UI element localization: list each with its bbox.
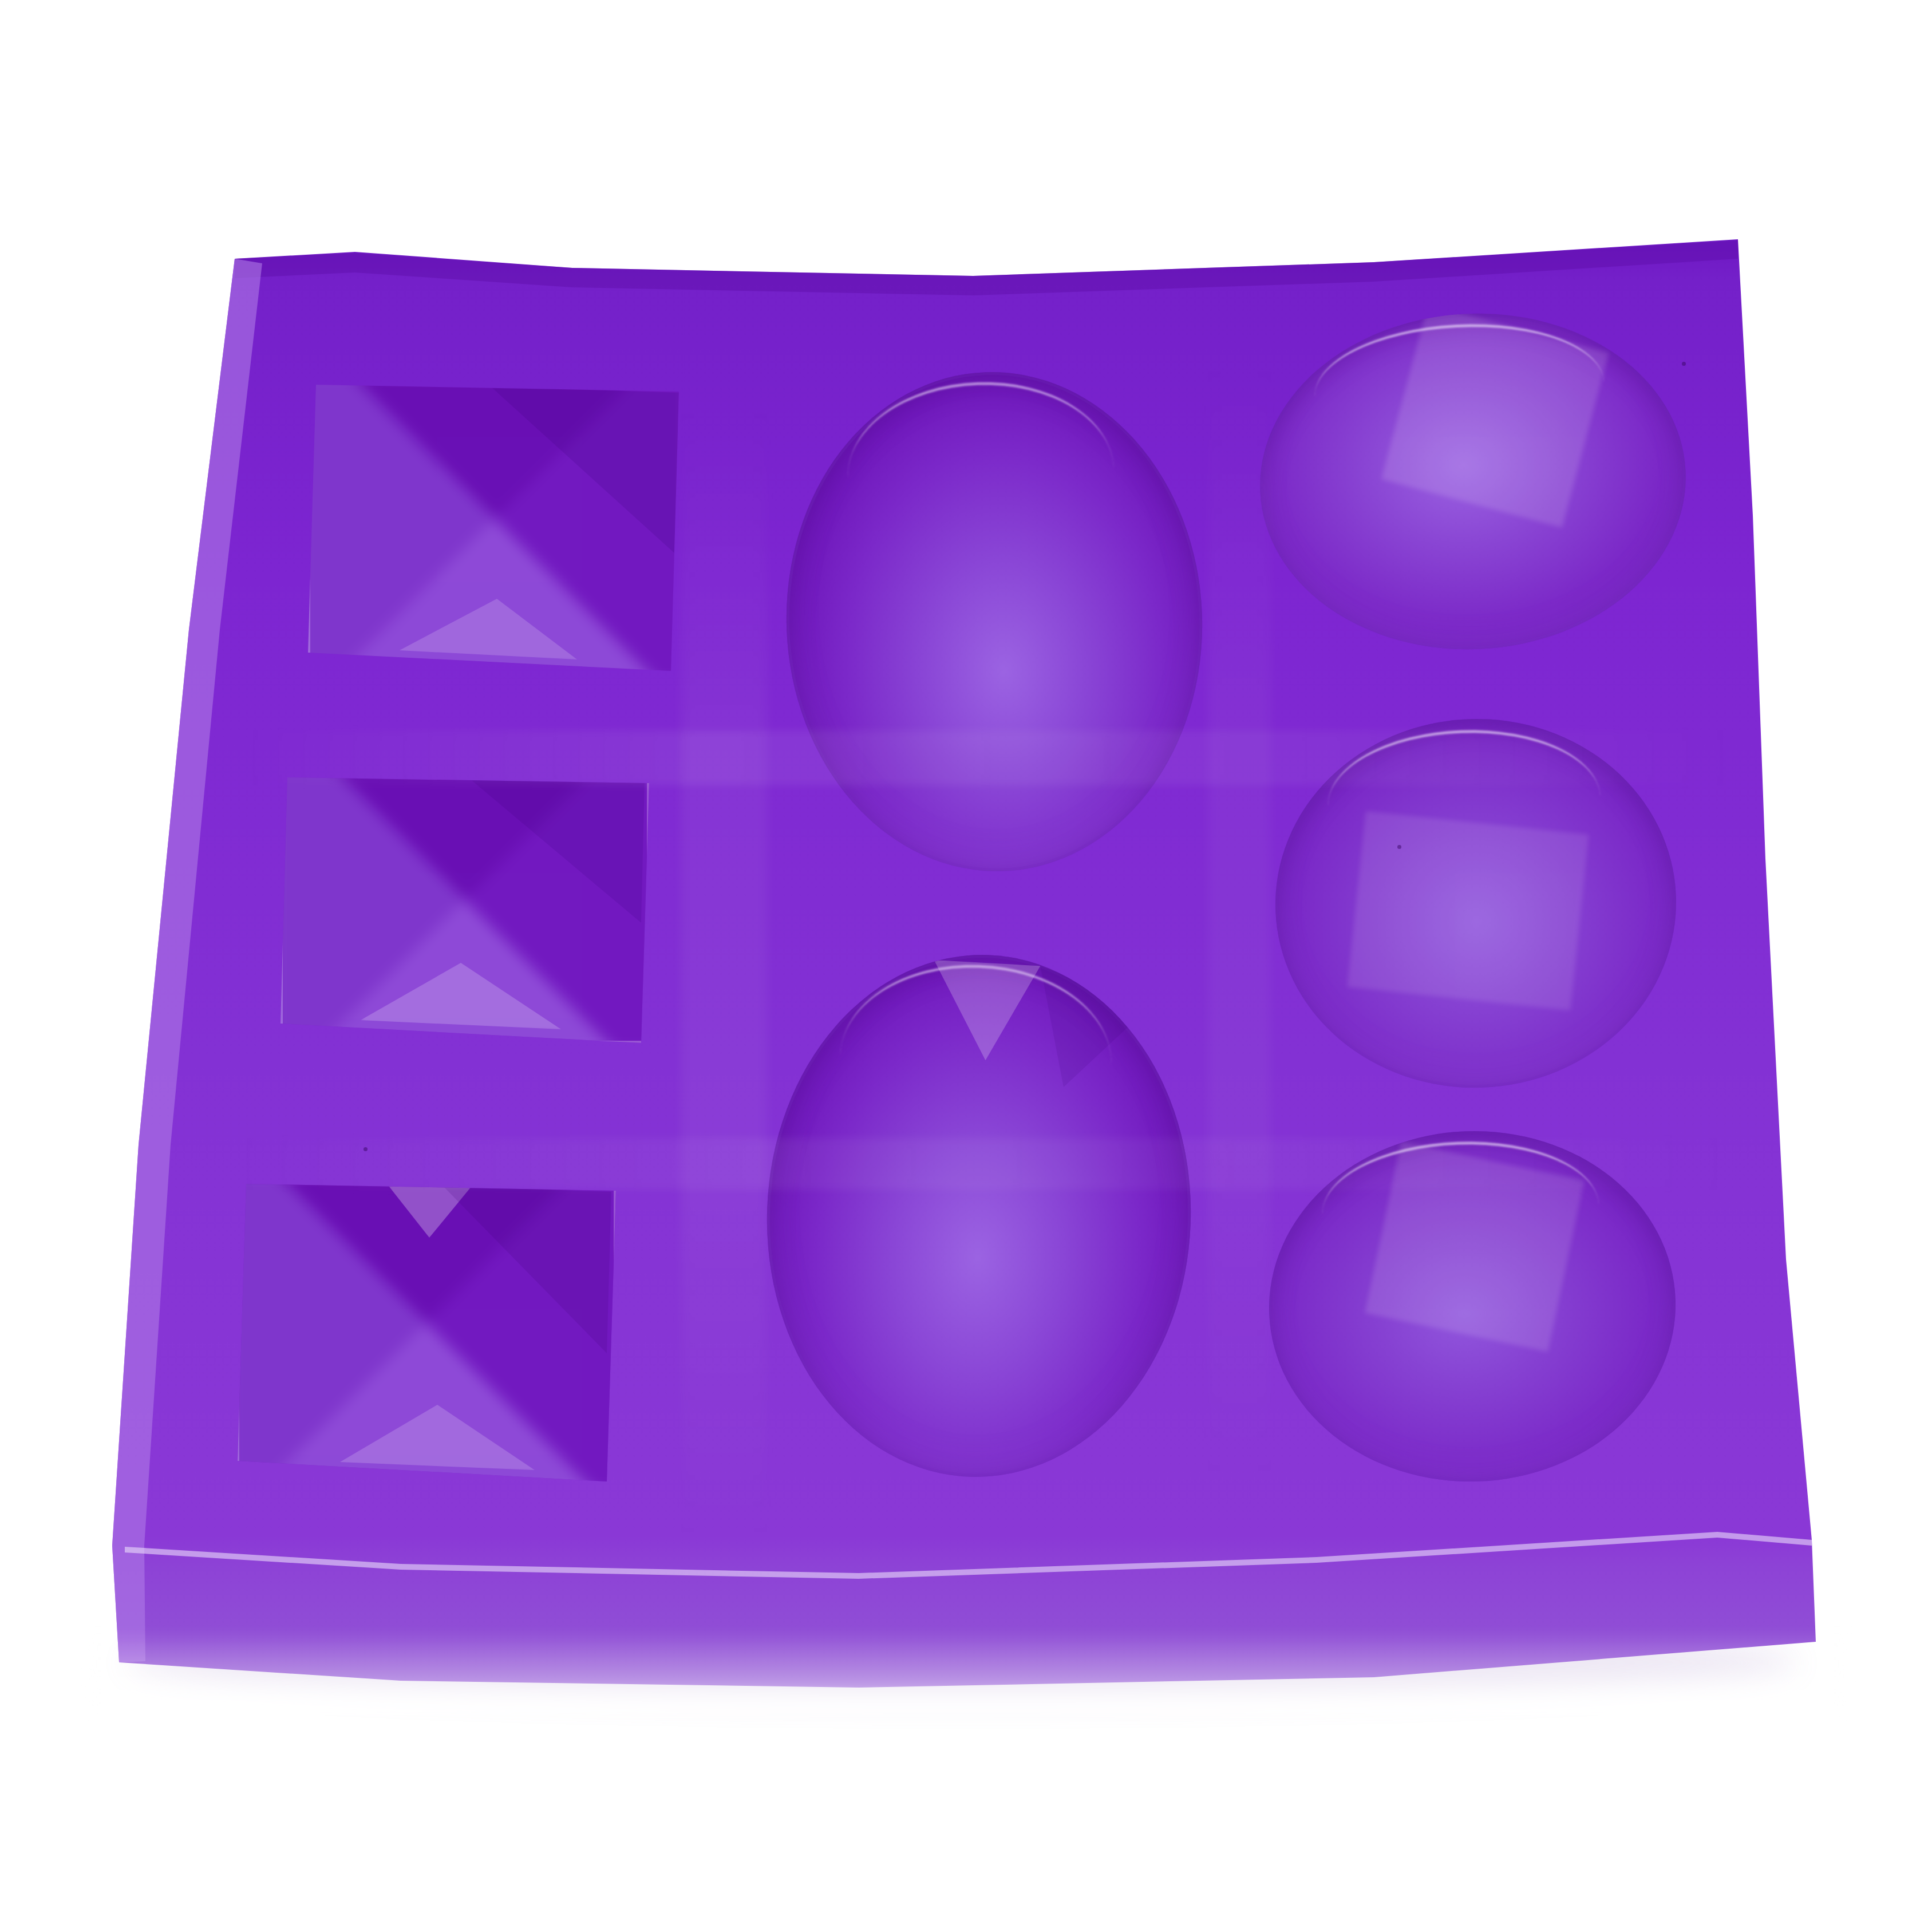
cavity-square-1 [308, 381, 681, 674]
specular-arc [845, 378, 1117, 570]
cavity-square-2 [280, 774, 649, 1043]
dust-speck [364, 1147, 368, 1151]
cavity-square-3 [237, 1180, 616, 1484]
out-of-focus-bottom-edge [86, 1630, 1849, 1716]
cavity-rim [308, 381, 681, 674]
cavity-rim [237, 1180, 616, 1484]
photo-canvas [0, 0, 1932, 1932]
dust-speck [1397, 845, 1401, 849]
cavity-rim [280, 774, 649, 1043]
dust-speck [1682, 362, 1686, 366]
